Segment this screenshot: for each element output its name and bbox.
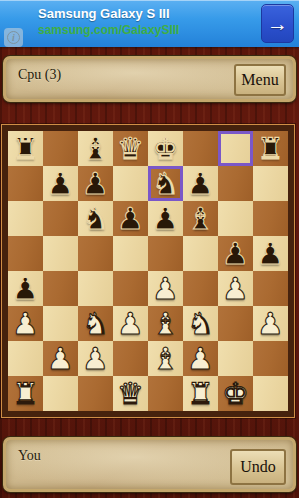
black-bishop: ♝ — [187, 201, 214, 236]
square-g4[interactable]: ♟ — [218, 271, 253, 306]
square-d2[interactable] — [113, 341, 148, 376]
square-h3[interactable]: ♟ — [253, 306, 288, 341]
info-icon: i — [7, 31, 20, 44]
black-pawn: ♟ — [47, 166, 74, 201]
opponent-panel: Cpu (3) Menu — [3, 56, 296, 102]
square-a5[interactable] — [8, 236, 43, 271]
square-c2[interactable]: ♟ — [78, 341, 113, 376]
square-b1[interactable] — [43, 376, 78, 411]
opponent-label: Cpu (3) — [18, 67, 61, 83]
black-knight: ♞ — [82, 201, 109, 236]
square-g2[interactable] — [218, 341, 253, 376]
square-b4[interactable] — [43, 271, 78, 306]
square-h5[interactable]: ♟ — [253, 236, 288, 271]
square-b6[interactable] — [43, 201, 78, 236]
black-pawn: ♟ — [222, 236, 249, 271]
square-d6[interactable]: ♟ — [113, 201, 148, 236]
square-c1[interactable] — [78, 376, 113, 411]
black-rook: ♜ — [257, 131, 284, 166]
square-d7[interactable] — [113, 166, 148, 201]
square-f2[interactable]: ♟ — [183, 341, 218, 376]
square-e8[interactable]: ♚ — [148, 131, 183, 166]
square-h4[interactable] — [253, 271, 288, 306]
square-b2[interactable]: ♟ — [43, 341, 78, 376]
square-c3[interactable]: ♞ — [78, 306, 113, 341]
square-c8[interactable]: ♝ — [78, 131, 113, 166]
menu-button[interactable]: Menu — [234, 64, 286, 96]
white-bishop: ♝ — [152, 306, 179, 341]
square-e2[interactable]: ♝ — [148, 341, 183, 376]
square-b3[interactable] — [43, 306, 78, 341]
ad-banner[interactable]: Samsung Galaxy S III samsung.com/GalaxyS… — [0, 0, 299, 47]
black-pawn: ♟ — [117, 201, 144, 236]
black-pawn: ♟ — [82, 166, 109, 201]
square-d5[interactable] — [113, 236, 148, 271]
square-e6[interactable]: ♟ — [148, 201, 183, 236]
black-pawn: ♟ — [152, 201, 179, 236]
white-bishop: ♝ — [152, 341, 179, 376]
board-frame: ♜♝♛♚♜♟♟♞♟♞♟♟♝♟♟♟♟♟♟♞♟♝♞♟♟♟♝♟♜♛♜♚ — [2, 125, 294, 417]
square-b8[interactable] — [43, 131, 78, 166]
ad-url: samsung.com/GalaxySIII — [38, 23, 179, 37]
square-a6[interactable] — [8, 201, 43, 236]
white-rook: ♜ — [12, 376, 39, 411]
square-f3[interactable]: ♞ — [183, 306, 218, 341]
ad-info-button[interactable]: i — [4, 28, 23, 47]
square-c6[interactable]: ♞ — [78, 201, 113, 236]
square-f1[interactable]: ♜ — [183, 376, 218, 411]
square-a8[interactable]: ♜ — [8, 131, 43, 166]
square-f4[interactable] — [183, 271, 218, 306]
square-c5[interactable] — [78, 236, 113, 271]
square-e5[interactable] — [148, 236, 183, 271]
square-d8[interactable]: ♛ — [113, 131, 148, 166]
black-pawn: ♟ — [257, 236, 284, 271]
black-pawn: ♟ — [187, 166, 214, 201]
white-pawn: ♟ — [257, 306, 284, 341]
app-screen: Samsung Galaxy S III samsung.com/GalaxyS… — [0, 0, 299, 498]
square-a1[interactable]: ♜ — [8, 376, 43, 411]
square-d4[interactable] — [113, 271, 148, 306]
square-f8[interactable] — [183, 131, 218, 166]
ad-title: Samsung Galaxy S III — [38, 6, 170, 21]
square-h7[interactable] — [253, 166, 288, 201]
square-h2[interactable] — [253, 341, 288, 376]
square-h1[interactable] — [253, 376, 288, 411]
white-pawn: ♟ — [82, 341, 109, 376]
square-e4[interactable]: ♟ — [148, 271, 183, 306]
square-b5[interactable] — [43, 236, 78, 271]
square-e3[interactable]: ♝ — [148, 306, 183, 341]
black-king: ♚ — [152, 131, 179, 166]
white-knight: ♞ — [187, 306, 214, 341]
white-pawn: ♟ — [222, 271, 249, 306]
square-g3[interactable] — [218, 306, 253, 341]
white-knight: ♞ — [82, 306, 109, 341]
square-h8[interactable]: ♜ — [253, 131, 288, 166]
black-knight: ♞ — [152, 166, 179, 201]
right-arrow-icon: → — [267, 13, 288, 34]
square-g5[interactable]: ♟ — [218, 236, 253, 271]
white-king: ♚ — [222, 376, 249, 411]
white-rook: ♜ — [187, 376, 214, 411]
white-pawn: ♟ — [152, 271, 179, 306]
square-c7[interactable]: ♟ — [78, 166, 113, 201]
player-panel: You Undo — [3, 437, 296, 492]
undo-button[interactable]: Undo — [230, 449, 286, 485]
player-label: You — [18, 448, 41, 464]
black-pawn: ♟ — [12, 271, 39, 306]
white-pawn: ♟ — [117, 306, 144, 341]
square-g7[interactable] — [218, 166, 253, 201]
black-queen: ♛ — [117, 131, 144, 166]
square-c4[interactable] — [78, 271, 113, 306]
square-a7[interactable] — [8, 166, 43, 201]
square-d1[interactable]: ♛ — [113, 376, 148, 411]
chess-board: ♜♝♛♚♜♟♟♞♟♞♟♟♝♟♟♟♟♟♟♞♟♝♞♟♟♟♝♟♜♛♜♚ — [8, 131, 288, 411]
square-a2[interactable] — [8, 341, 43, 376]
white-pawn: ♟ — [187, 341, 214, 376]
square-b7[interactable]: ♟ — [43, 166, 78, 201]
square-g8[interactable] — [218, 131, 253, 166]
square-a3[interactable]: ♟ — [8, 306, 43, 341]
ad-cta-button[interactable]: → — [261, 4, 294, 43]
square-d3[interactable]: ♟ — [113, 306, 148, 341]
black-bishop: ♝ — [82, 131, 109, 166]
square-g1[interactable]: ♚ — [218, 376, 253, 411]
white-pawn: ♟ — [47, 341, 74, 376]
square-g6[interactable] — [218, 201, 253, 236]
square-h6[interactable] — [253, 201, 288, 236]
square-a4[interactable]: ♟ — [8, 271, 43, 306]
square-e7[interactable]: ♞ — [148, 166, 183, 201]
white-pawn: ♟ — [12, 306, 39, 341]
square-e1[interactable] — [148, 376, 183, 411]
square-f5[interactable] — [183, 236, 218, 271]
black-rook: ♜ — [12, 131, 39, 166]
square-f6[interactable]: ♝ — [183, 201, 218, 236]
white-queen: ♛ — [117, 376, 144, 411]
square-f7[interactable]: ♟ — [183, 166, 218, 201]
